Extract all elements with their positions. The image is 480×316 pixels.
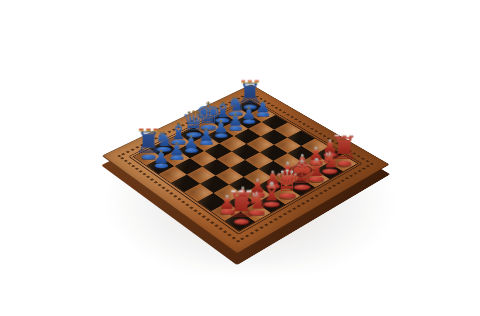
piece-figure: ♟ (198, 126, 214, 146)
rook-glyph: ♜ (225, 186, 257, 222)
piece-figure: ♟ (168, 141, 184, 161)
piece-figure: ♟ (153, 148, 169, 168)
pawn-glyph: ♟ (213, 119, 229, 136)
pawn-glyph: ♟ (242, 105, 257, 122)
scene: ♜♞♝♛♚♝♞♜♟♟♟♟♟♟♟♟♟♟♟♟♟♟♟♟♜♞♝♛♚♝♞♜ (0, 0, 480, 316)
piece-figure: ♟ (255, 98, 270, 117)
product-photo: ♜♞♝♛♚♝♞♜♟♟♟♟♟♟♟♟♟♟♟♟♟♟♟♟♜♞♝♛♚♝♞♜ (0, 0, 480, 316)
pawn-glyph: ♟ (168, 141, 184, 159)
pawn-glyph: ♟ (198, 126, 214, 144)
piece-figure: ♟ (242, 105, 257, 124)
pawn-glyph: ♟ (153, 148, 169, 166)
piece-figure: ♟ (184, 133, 200, 153)
pawn-glyph: ♟ (255, 98, 270, 115)
pawn-glyph: ♟ (184, 133, 200, 151)
piece-figure: ♟ (227, 112, 243, 131)
chessboard: ♜♞♝♛♚♝♞♜♟♟♟♟♟♟♟♟♟♟♟♟♟♟♟♟♜♞♝♛♚♝♞♜ (102, 84, 390, 254)
pawn-glyph: ♟ (227, 112, 243, 129)
piece-figure: ♟ (213, 119, 229, 138)
piece-figure: ♜ (225, 186, 257, 224)
